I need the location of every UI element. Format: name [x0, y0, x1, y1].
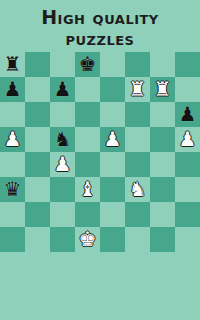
square-h1[interactable] — [175, 227, 200, 252]
piece-black-pawn[interactable]: ♟ — [4, 77, 22, 102]
square-f8[interactable] — [125, 52, 150, 77]
square-f1[interactable] — [125, 227, 150, 252]
piece-black-queen[interactable]: ♛ — [4, 177, 22, 202]
square-e6[interactable] — [100, 102, 125, 127]
square-e4[interactable] — [100, 152, 125, 177]
piece-white-pawn[interactable]: ♟ — [54, 152, 72, 177]
square-h5[interactable]: ♟ — [175, 127, 200, 152]
square-b6[interactable] — [25, 102, 50, 127]
square-f6[interactable] — [125, 102, 150, 127]
app-title: High quality puzzles — [0, 0, 200, 52]
square-e1[interactable] — [100, 227, 125, 252]
square-d8[interactable]: ♚ — [75, 52, 100, 77]
square-g7[interactable]: ♜ — [150, 77, 175, 102]
square-g4[interactable] — [150, 152, 175, 177]
square-d1[interactable]: ♚ — [75, 227, 100, 252]
square-a2[interactable] — [0, 202, 25, 227]
square-b8[interactable] — [25, 52, 50, 77]
square-a6[interactable] — [0, 102, 25, 127]
piece-white-king[interactable]: ♚ — [79, 227, 97, 252]
piece-black-pawn[interactable]: ♟ — [54, 77, 72, 102]
square-b4[interactable] — [25, 152, 50, 177]
square-b5[interactable] — [25, 127, 50, 152]
square-h2[interactable] — [175, 202, 200, 227]
square-a7[interactable]: ♟ — [0, 77, 25, 102]
square-c5[interactable]: ♞ — [50, 127, 75, 152]
bottom-spacer — [0, 252, 200, 320]
square-e3[interactable] — [100, 177, 125, 202]
square-d4[interactable] — [75, 152, 100, 177]
square-a1[interactable] — [0, 227, 25, 252]
square-g3[interactable] — [150, 177, 175, 202]
square-f4[interactable] — [125, 152, 150, 177]
square-c6[interactable] — [50, 102, 75, 127]
square-c2[interactable] — [50, 202, 75, 227]
piece-black-king[interactable]: ♚ — [79, 52, 97, 77]
piece-black-pawn[interactable]: ♟ — [179, 102, 197, 127]
square-f5[interactable] — [125, 127, 150, 152]
square-g6[interactable] — [150, 102, 175, 127]
piece-black-knight[interactable]: ♞ — [54, 127, 72, 152]
square-e7[interactable] — [100, 77, 125, 102]
app-title-line-1: High quality — [41, 7, 159, 27]
square-b3[interactable] — [25, 177, 50, 202]
square-a4[interactable] — [0, 152, 25, 177]
square-a8[interactable]: ♜ — [0, 52, 25, 77]
square-c4[interactable]: ♟ — [50, 152, 75, 177]
piece-white-pawn[interactable]: ♟ — [179, 127, 197, 152]
piece-white-pawn[interactable]: ♟ — [104, 127, 122, 152]
square-c3[interactable] — [50, 177, 75, 202]
square-f2[interactable] — [125, 202, 150, 227]
square-d3[interactable]: ♝ — [75, 177, 100, 202]
square-d2[interactable] — [75, 202, 100, 227]
square-f7[interactable]: ♜ — [125, 77, 150, 102]
square-e8[interactable] — [100, 52, 125, 77]
square-e2[interactable] — [100, 202, 125, 227]
square-b7[interactable] — [25, 77, 50, 102]
square-g2[interactable] — [150, 202, 175, 227]
piece-white-pawn[interactable]: ♟ — [4, 127, 22, 152]
square-c8[interactable] — [50, 52, 75, 77]
square-f3[interactable]: ♞ — [125, 177, 150, 202]
app-screen: High quality puzzles ♜♚♟♟♜♜♟♟♞♟♟♟♛♝♞♚ — [0, 0, 200, 320]
piece-white-rook[interactable]: ♜ — [154, 77, 172, 102]
square-b2[interactable] — [25, 202, 50, 227]
piece-black-rook[interactable]: ♜ — [4, 52, 22, 77]
piece-white-bishop[interactable]: ♝ — [79, 177, 97, 202]
square-h4[interactable] — [175, 152, 200, 177]
square-a5[interactable]: ♟ — [0, 127, 25, 152]
square-a3[interactable]: ♛ — [0, 177, 25, 202]
square-d7[interactable] — [75, 77, 100, 102]
square-h6[interactable]: ♟ — [175, 102, 200, 127]
square-e5[interactable]: ♟ — [100, 127, 125, 152]
piece-white-rook[interactable]: ♜ — [129, 77, 147, 102]
square-h3[interactable] — [175, 177, 200, 202]
square-d6[interactable] — [75, 102, 100, 127]
square-g5[interactable] — [150, 127, 175, 152]
square-b1[interactable] — [25, 227, 50, 252]
square-c7[interactable]: ♟ — [50, 77, 75, 102]
square-d5[interactable] — [75, 127, 100, 152]
square-h8[interactable] — [175, 52, 200, 77]
square-c1[interactable] — [50, 227, 75, 252]
square-h7[interactable] — [175, 77, 200, 102]
square-g8[interactable] — [150, 52, 175, 77]
square-g1[interactable] — [150, 227, 175, 252]
chess-board: ♜♚♟♟♜♜♟♟♞♟♟♟♛♝♞♚ — [0, 52, 200, 252]
app-title-line-2: puzzles — [66, 28, 135, 48]
piece-white-knight[interactable]: ♞ — [129, 177, 147, 202]
